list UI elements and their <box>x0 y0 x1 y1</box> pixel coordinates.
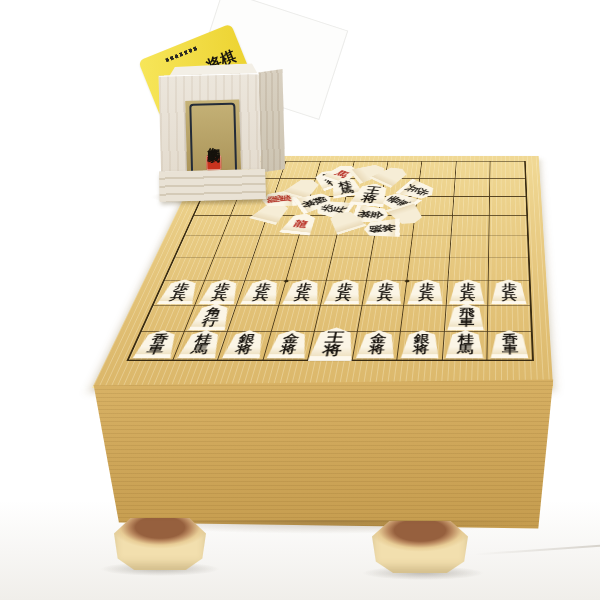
piece-box-side-face <box>258 69 285 173</box>
red-seal-stamp <box>206 155 221 170</box>
board-front-face <box>90 378 556 530</box>
piece-box-lid-edge <box>159 169 266 202</box>
piece-box-front-face: 御将棊駒 <box>159 73 261 172</box>
piece-box: 御将棊駒 <box>154 56 290 205</box>
piece-kanji: 王 将 <box>360 186 382 203</box>
piece-box-label: 御将棊駒 <box>185 100 241 179</box>
piece-kanji: 桂 馬 <box>337 180 354 195</box>
piece-box-label-frame: 御将棊駒 <box>189 103 237 176</box>
piece-kanji: 歩 兵 <box>404 184 432 197</box>
pile-piece: 龍 <box>279 212 322 236</box>
shogi-set-product-photo: 歩 兵歩 兵歩 兵歩 兵歩 兵歩 兵歩 兵歩 兵歩 兵角 行飛 車香 車桂 馬銀… <box>0 0 600 600</box>
piece-kanji: 金 将 <box>357 210 385 219</box>
board-leg-left <box>114 518 206 570</box>
piece-kanji: 銀 将 <box>369 224 396 233</box>
piece-kanji: 馬 <box>333 169 350 178</box>
piece-kanji: 龍 <box>292 219 309 228</box>
piece-box-label-text: 御将棊駒 <box>207 137 220 141</box>
board-leg-right <box>372 521 468 573</box>
